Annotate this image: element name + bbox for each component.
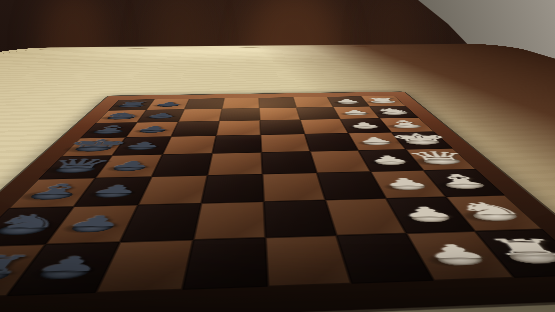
piece-glyph: ♟ xyxy=(365,155,414,163)
chess-scene: ♜♞♝♛♚♝♞♜♟♟♟♟♟♟♟♟♟♟♟♟♟♟♟♟♜♞♝♛♚♝♞♜ xyxy=(0,0,555,312)
piece-glyph: ♚ xyxy=(60,138,134,149)
piece-glyph: ♛ xyxy=(402,150,474,162)
piece-glyph: ♟ xyxy=(152,101,186,105)
piece-glyph: ♟ xyxy=(345,122,384,128)
piece-glyph: ♞ xyxy=(370,108,415,114)
piece-glyph: ♝ xyxy=(380,120,431,127)
piece-glyph: ♝ xyxy=(84,125,139,133)
piece-glyph: ♟ xyxy=(354,137,397,144)
piece-glyph: ♟ xyxy=(331,99,364,103)
piece-glyph: ♟ xyxy=(143,112,181,117)
piece-glyph: ♜ xyxy=(362,97,403,102)
piece-glyph: ♟ xyxy=(338,109,374,114)
piece-glyph: ♞ xyxy=(99,112,147,118)
piece-glyph: ♜ xyxy=(111,101,154,106)
piece-glyph: ♟ xyxy=(133,125,174,131)
